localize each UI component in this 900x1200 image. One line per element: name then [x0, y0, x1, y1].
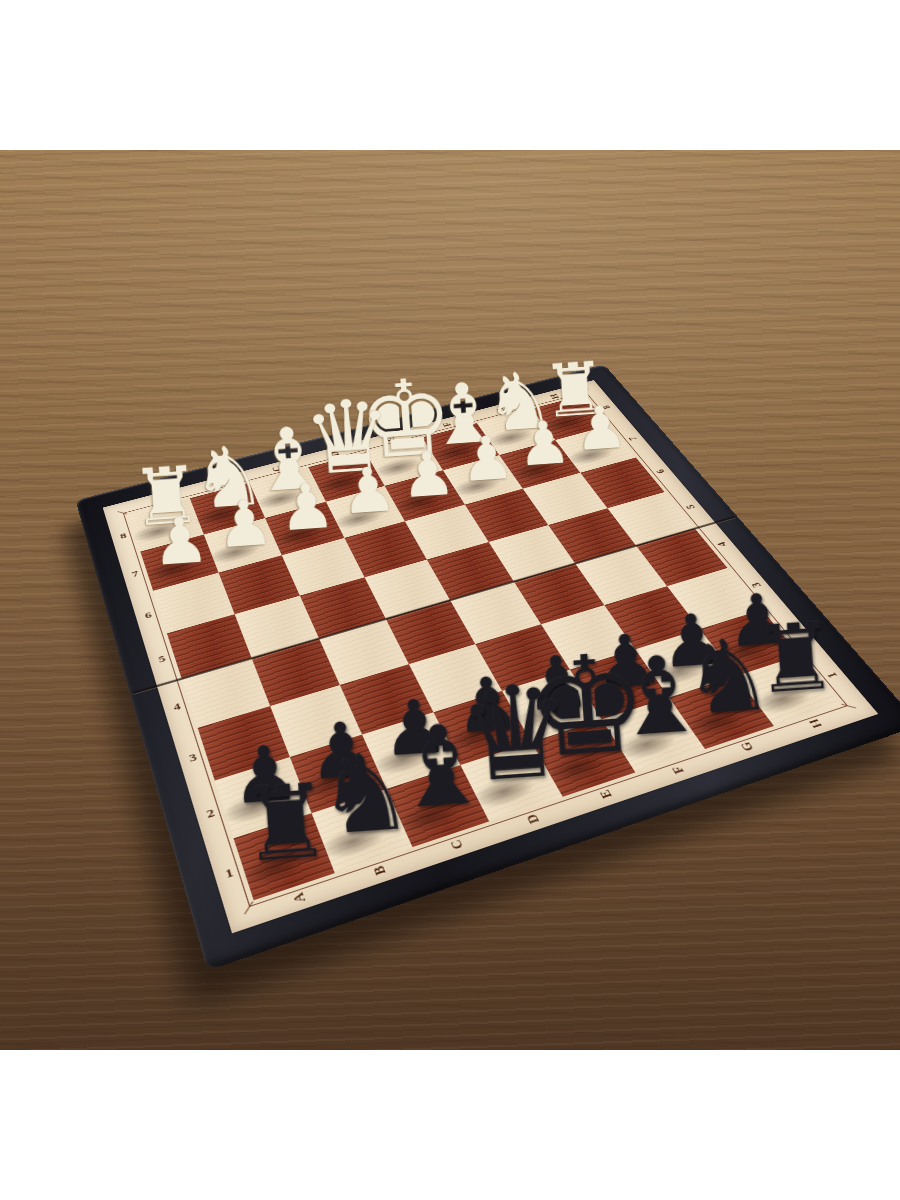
corner-tick-bottomright: [841, 704, 856, 709]
photo-wooden-table: 87654321 87654321 ABCDEFGH ABCDEFGH ♜♞♝♛…: [0, 150, 900, 1050]
bottom-white-margin: [0, 1050, 900, 1200]
black-rook-glyph: ♜: [237, 769, 335, 877]
top-white-margin: [0, 0, 900, 150]
cell-a4: [182, 658, 270, 727]
board-scene: 87654321 87654321 ABCDEFGH ABCDEFGH ♜♞♝♛…: [0, 150, 900, 1050]
corner-tick-bottomleft: [244, 901, 253, 914]
chess-board: 87654321 87654321 ABCDEFGH ABCDEFGH ♜♞♝♛…: [76, 364, 900, 970]
